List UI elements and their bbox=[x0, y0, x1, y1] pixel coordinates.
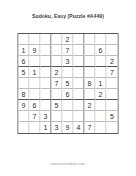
sudoku-cell-r6c9 bbox=[107, 89, 118, 100]
sudoku-cell-r1c7 bbox=[85, 34, 96, 45]
sudoku-cell-r9c1 bbox=[19, 122, 30, 133]
sudoku-cell-r3c5: 3 bbox=[63, 56, 74, 67]
sudoku-cell-r6c3 bbox=[41, 89, 52, 100]
sudoku-cell-r6c1: 8 bbox=[19, 89, 30, 100]
sudoku-cell-r2c5: 7 bbox=[63, 45, 74, 56]
footer-url: www.printsudoku.com bbox=[0, 162, 136, 166]
sudoku-cell-r9c3: 1 bbox=[41, 122, 52, 133]
sudoku-cell-r5c2 bbox=[30, 78, 41, 89]
sudoku-cell-r7c8 bbox=[96, 100, 107, 111]
sudoku-cell-r9c4: 3 bbox=[52, 122, 63, 133]
sudoku-cell-r7c9 bbox=[107, 100, 118, 111]
sudoku-cell-r8c3: 3 bbox=[41, 111, 52, 122]
sudoku-cell-r6c6 bbox=[74, 89, 85, 100]
sudoku-cell-r3c4 bbox=[52, 56, 63, 67]
sudoku-printable-page: Sudoku, Easy (Puzzle #A449) 219766325127… bbox=[0, 0, 136, 176]
puzzle-title: Sudoku, Easy (Puzzle #A449) bbox=[0, 13, 136, 19]
sudoku-cell-r3c8 bbox=[96, 56, 107, 67]
sudoku-cell-r7c6 bbox=[74, 100, 85, 111]
sudoku-cell-r2c7 bbox=[85, 45, 96, 56]
sudoku-cell-r3c7 bbox=[85, 56, 96, 67]
sudoku-cell-r3c2 bbox=[30, 56, 41, 67]
sudoku-cell-r4c6 bbox=[74, 67, 85, 78]
sudoku-cell-r1c3 bbox=[41, 34, 52, 45]
sudoku-board: 2197663251277581862965273513947 bbox=[18, 33, 119, 134]
sudoku-cell-r8c7 bbox=[85, 111, 96, 122]
sudoku-cell-r9c2 bbox=[30, 122, 41, 133]
sudoku-cell-r8c6 bbox=[74, 111, 85, 122]
sudoku-cell-r2c8: 6 bbox=[96, 45, 107, 56]
sudoku-cell-r7c3 bbox=[41, 100, 52, 111]
sudoku-cell-r1c5: 2 bbox=[63, 34, 74, 45]
sudoku-cell-r2c3 bbox=[41, 45, 52, 56]
sudoku-cell-r5c8: 1 bbox=[96, 78, 107, 89]
sudoku-cell-r6c4 bbox=[52, 89, 63, 100]
sudoku-cell-r2c4 bbox=[52, 45, 63, 56]
sudoku-cell-r5c7: 8 bbox=[85, 78, 96, 89]
sudoku-cell-r4c3 bbox=[41, 67, 52, 78]
sudoku-cell-r4c1: 5 bbox=[19, 67, 30, 78]
sudoku-cell-r8c4 bbox=[52, 111, 63, 122]
sudoku-cell-r2c1: 1 bbox=[19, 45, 30, 56]
sudoku-cell-r9c7: 7 bbox=[85, 122, 96, 133]
sudoku-cell-r7c2: 6 bbox=[30, 100, 41, 111]
sudoku-cell-r9c6: 4 bbox=[74, 122, 85, 133]
sudoku-cell-r5c6 bbox=[74, 78, 85, 89]
sudoku-cell-r4c2: 1 bbox=[30, 67, 41, 78]
sudoku-cell-r1c2 bbox=[30, 34, 41, 45]
sudoku-cell-r2c2: 9 bbox=[30, 45, 41, 56]
sudoku-cell-r7c7: 2 bbox=[85, 100, 96, 111]
sudoku-cell-r3c1: 6 bbox=[19, 56, 30, 67]
sudoku-cell-r8c9: 5 bbox=[107, 111, 118, 122]
sudoku-cell-r8c8 bbox=[96, 111, 107, 122]
sudoku-cell-r4c7 bbox=[85, 67, 96, 78]
sudoku-cell-r6c8: 2 bbox=[96, 89, 107, 100]
sudoku-cell-r4c8 bbox=[96, 67, 107, 78]
sudoku-cell-r1c8 bbox=[96, 34, 107, 45]
sudoku-cell-r2c6 bbox=[74, 45, 85, 56]
sudoku-cell-r6c5: 6 bbox=[63, 89, 74, 100]
sudoku-cell-r1c1 bbox=[19, 34, 30, 45]
sudoku-cell-r4c5 bbox=[63, 67, 74, 78]
sudoku-cell-r9c8 bbox=[96, 122, 107, 133]
sudoku-cell-r1c9 bbox=[107, 34, 118, 45]
sudoku-cell-r5c1 bbox=[19, 78, 30, 89]
sudoku-cell-r7c5 bbox=[63, 100, 74, 111]
sudoku-cell-r8c1 bbox=[19, 111, 30, 122]
sudoku-cell-r9c5: 9 bbox=[63, 122, 74, 133]
sudoku-cell-r7c4: 5 bbox=[52, 100, 63, 111]
sudoku-cell-r8c2: 7 bbox=[30, 111, 41, 122]
sudoku-cell-r1c4 bbox=[52, 34, 63, 45]
sudoku-cell-r3c9: 2 bbox=[107, 56, 118, 67]
sudoku-cell-r3c6 bbox=[74, 56, 85, 67]
sudoku-cell-r5c5: 5 bbox=[63, 78, 74, 89]
sudoku-cell-r2c9 bbox=[107, 45, 118, 56]
sudoku-cell-r4c9: 7 bbox=[107, 67, 118, 78]
sudoku-cell-r6c7 bbox=[85, 89, 96, 100]
sudoku-cell-r5c3 bbox=[41, 78, 52, 89]
sudoku-cell-r6c2 bbox=[30, 89, 41, 100]
sudoku-cell-r5c4: 7 bbox=[52, 78, 63, 89]
sudoku-cell-r3c3 bbox=[41, 56, 52, 67]
sudoku-cell-r5c9 bbox=[107, 78, 118, 89]
sudoku-cell-r4c4: 2 bbox=[52, 67, 63, 78]
sudoku-cell-r1c6 bbox=[74, 34, 85, 45]
sudoku-cell-r7c1: 9 bbox=[19, 100, 30, 111]
sudoku-cell-r9c9 bbox=[107, 122, 118, 133]
sudoku-cell-r8c5 bbox=[63, 111, 74, 122]
